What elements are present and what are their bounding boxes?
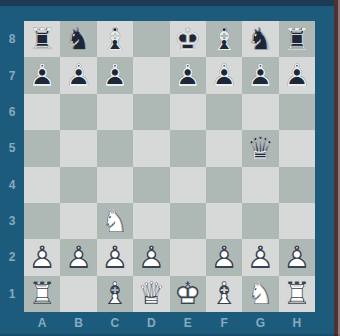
piece-fill-glyph: ♚	[170, 21, 206, 57]
square-h5[interactable]	[279, 130, 315, 166]
black-pawn[interactable]: ♟♙	[24, 57, 60, 93]
piece-fill-glyph: ♟	[242, 239, 278, 275]
square-f3[interactable]	[206, 203, 242, 239]
square-a5[interactable]	[24, 130, 60, 166]
rank-labels: 8 7 6 5 4 3 2 1	[0, 21, 24, 312]
square-h8[interactable]: ♜♖	[279, 21, 315, 57]
piece-outline-glyph: ♗	[206, 21, 242, 57]
square-c4[interactable]	[97, 167, 133, 203]
rank-label-3: 3	[0, 203, 24, 239]
square-a2[interactable]: ♟♙	[24, 239, 60, 275]
file-labels: A B C D E F G H	[24, 312, 315, 334]
piece-fill-glyph: ♝	[97, 21, 133, 57]
piece-outline-glyph: ♙	[24, 57, 60, 93]
file-label-e: E	[170, 312, 206, 334]
piece-fill-glyph: ♟	[279, 239, 315, 275]
square-a4[interactable]	[24, 167, 60, 203]
piece-outline-glyph: ♙	[279, 239, 315, 275]
white-bishop[interactable]: ♝♗	[206, 276, 242, 312]
square-d1[interactable]: ♛♕	[133, 276, 169, 312]
square-f6[interactable]	[206, 94, 242, 130]
piece-fill-glyph: ♟	[60, 239, 96, 275]
white-pawn[interactable]: ♟♙	[60, 239, 96, 275]
white-rook[interactable]: ♜♖	[279, 276, 315, 312]
square-b7[interactable]: ♟♙	[60, 57, 96, 93]
square-a3[interactable]	[24, 203, 60, 239]
file-label-h: H	[279, 312, 315, 334]
piece-outline-glyph: ♙	[133, 239, 169, 275]
square-e6[interactable]	[170, 94, 206, 130]
piece-fill-glyph: ♟	[24, 57, 60, 93]
piece-fill-glyph: ♟	[97, 57, 133, 93]
black-queen[interactable]: ♛♕	[242, 130, 278, 166]
square-g6[interactable]	[242, 94, 278, 130]
white-pawn[interactable]: ♟♙	[97, 239, 133, 275]
piece-fill-glyph: ♜	[24, 21, 60, 57]
chess-app-window: 8 7 6 5 4 3 2 1 ♜♖♞♘♝♗♚♔♝♗♞♘♜♖♟♙♟♙♟♙♟♙♟♙…	[0, 0, 340, 336]
piece-outline-glyph: ♙	[60, 239, 96, 275]
black-king[interactable]: ♚♔	[170, 21, 206, 57]
black-pawn[interactable]: ♟♙	[60, 57, 96, 93]
piece-fill-glyph: ♟	[242, 57, 278, 93]
black-pawn[interactable]: ♟♙	[242, 57, 278, 93]
piece-outline-glyph: ♙	[279, 57, 315, 93]
square-c1[interactable]: ♝♗	[97, 276, 133, 312]
file-label-a: A	[24, 312, 60, 334]
piece-outline-glyph: ♔	[170, 21, 206, 57]
black-rook[interactable]: ♜♖	[279, 21, 315, 57]
square-c5[interactable]	[97, 130, 133, 166]
piece-outline-glyph: ♗	[206, 276, 242, 312]
file-label-f: F	[206, 312, 242, 334]
piece-outline-glyph: ♕	[242, 130, 278, 166]
square-b5[interactable]	[60, 130, 96, 166]
piece-fill-glyph: ♜	[279, 276, 315, 312]
square-a8[interactable]: ♜♖	[24, 21, 60, 57]
square-h4[interactable]	[279, 167, 315, 203]
square-d5[interactable]	[133, 130, 169, 166]
file-label-b: B	[60, 312, 96, 334]
square-a6[interactable]	[24, 94, 60, 130]
square-e2[interactable]	[170, 239, 206, 275]
piece-outline-glyph: ♙	[206, 57, 242, 93]
square-d2[interactable]: ♟♙	[133, 239, 169, 275]
file-label-c: C	[97, 312, 133, 334]
square-g5[interactable]: ♛♕	[242, 130, 278, 166]
square-c6[interactable]	[97, 94, 133, 130]
square-g3[interactable]	[242, 203, 278, 239]
square-h2[interactable]: ♟♙	[279, 239, 315, 275]
white-pawn[interactable]: ♟♙	[24, 239, 60, 275]
black-pawn[interactable]: ♟♙	[206, 57, 242, 93]
square-g2[interactable]: ♟♙	[242, 239, 278, 275]
white-queen[interactable]: ♛♕	[133, 276, 169, 312]
square-b6[interactable]	[60, 94, 96, 130]
square-g7[interactable]: ♟♙	[242, 57, 278, 93]
square-b2[interactable]: ♟♙	[60, 239, 96, 275]
square-b8[interactable]: ♞♘	[60, 21, 96, 57]
rank-label-2: 2	[0, 239, 24, 275]
piece-outline-glyph: ♗	[97, 21, 133, 57]
square-g1[interactable]: ♞♘	[242, 276, 278, 312]
white-rook[interactable]: ♜♖	[24, 276, 60, 312]
square-c8[interactable]: ♝♗	[97, 21, 133, 57]
piece-outline-glyph: ♔	[170, 276, 206, 312]
piece-outline-glyph: ♘	[97, 203, 133, 239]
piece-fill-glyph: ♟	[24, 239, 60, 275]
square-d4[interactable]	[133, 167, 169, 203]
black-rook[interactable]: ♜♖	[24, 21, 60, 57]
piece-outline-glyph: ♙	[60, 57, 96, 93]
piece-fill-glyph: ♟	[170, 57, 206, 93]
piece-outline-glyph: ♘	[60, 21, 96, 57]
piece-outline-glyph: ♘	[242, 276, 278, 312]
piece-fill-glyph: ♞	[97, 203, 133, 239]
square-e5[interactable]	[170, 130, 206, 166]
black-pawn[interactable]: ♟♙	[279, 57, 315, 93]
piece-fill-glyph: ♞	[242, 21, 278, 57]
piece-fill-glyph: ♟	[97, 239, 133, 275]
piece-outline-glyph: ♖	[24, 21, 60, 57]
square-f5[interactable]	[206, 130, 242, 166]
white-bishop[interactable]: ♝♗	[97, 276, 133, 312]
rank-label-5: 5	[0, 130, 24, 166]
white-pawn[interactable]: ♟♙	[242, 239, 278, 275]
rank-label-6: 6	[0, 94, 24, 130]
black-knight[interactable]: ♞♘	[242, 21, 278, 57]
white-king[interactable]: ♚♔	[170, 276, 206, 312]
square-e8[interactable]: ♚♔	[170, 21, 206, 57]
white-pawn[interactable]: ♟♙	[133, 239, 169, 275]
square-f7[interactable]: ♟♙	[206, 57, 242, 93]
piece-fill-glyph: ♟	[279, 57, 315, 93]
rank-label-1: 1	[0, 276, 24, 312]
piece-outline-glyph: ♙	[206, 239, 242, 275]
white-pawn[interactable]: ♟♙	[279, 239, 315, 275]
square-d7[interactable]	[133, 57, 169, 93]
square-e3[interactable]	[170, 203, 206, 239]
rank-label-4: 4	[0, 167, 24, 203]
black-bishop[interactable]: ♝♗	[206, 21, 242, 57]
piece-fill-glyph: ♚	[170, 276, 206, 312]
piece-outline-glyph: ♙	[97, 57, 133, 93]
square-b4[interactable]	[60, 167, 96, 203]
square-a1[interactable]: ♜♖	[24, 276, 60, 312]
square-d8[interactable]	[133, 21, 169, 57]
square-c2[interactable]: ♟♙	[97, 239, 133, 275]
square-f2[interactable]: ♟♙	[206, 239, 242, 275]
piece-outline-glyph: ♙	[24, 239, 60, 275]
square-h3[interactable]	[279, 203, 315, 239]
square-g8[interactable]: ♞♘	[242, 21, 278, 57]
white-knight[interactable]: ♞♘	[97, 203, 133, 239]
square-c7[interactable]: ♟♙	[97, 57, 133, 93]
piece-outline-glyph: ♖	[279, 21, 315, 57]
piece-fill-glyph: ♛	[242, 130, 278, 166]
white-pawn[interactable]: ♟♙	[206, 239, 242, 275]
piece-outline-glyph: ♙	[242, 57, 278, 93]
file-label-g: G	[242, 312, 278, 334]
piece-outline-glyph: ♙	[97, 239, 133, 275]
square-b3[interactable]	[60, 203, 96, 239]
piece-fill-glyph: ♞	[60, 21, 96, 57]
piece-fill-glyph: ♟	[60, 57, 96, 93]
piece-outline-glyph: ♖	[24, 276, 60, 312]
piece-fill-glyph: ♟	[206, 57, 242, 93]
square-e1[interactable]: ♚♔	[170, 276, 206, 312]
piece-outline-glyph: ♕	[133, 276, 169, 312]
top-edge-strip	[0, 0, 340, 6]
piece-fill-glyph: ♝	[206, 21, 242, 57]
square-f1[interactable]: ♝♗	[206, 276, 242, 312]
piece-fill-glyph: ♞	[242, 276, 278, 312]
piece-fill-glyph: ♜	[24, 276, 60, 312]
rank-label-8: 8	[0, 21, 24, 57]
piece-fill-glyph: ♝	[97, 276, 133, 312]
piece-fill-glyph: ♟	[206, 239, 242, 275]
square-f8[interactable]: ♝♗	[206, 21, 242, 57]
black-knight[interactable]: ♞♘	[60, 21, 96, 57]
piece-outline-glyph: ♖	[279, 276, 315, 312]
black-bishop[interactable]: ♝♗	[97, 21, 133, 57]
square-d6[interactable]	[133, 94, 169, 130]
black-pawn[interactable]: ♟♙	[97, 57, 133, 93]
square-g4[interactable]	[242, 167, 278, 203]
square-h1[interactable]: ♜♖	[279, 276, 315, 312]
square-c3[interactable]: ♞♘	[97, 203, 133, 239]
file-label-d: D	[133, 312, 169, 334]
square-f4[interactable]	[206, 167, 242, 203]
piece-outline-glyph: ♙	[170, 57, 206, 93]
piece-outline-glyph: ♘	[242, 21, 278, 57]
square-h7[interactable]: ♟♙	[279, 57, 315, 93]
rank-label-7: 7	[0, 57, 24, 93]
square-h6[interactable]	[279, 94, 315, 130]
piece-fill-glyph: ♜	[279, 21, 315, 57]
piece-outline-glyph: ♙	[242, 239, 278, 275]
white-knight[interactable]: ♞♘	[242, 276, 278, 312]
square-b1[interactable]	[60, 276, 96, 312]
piece-outline-glyph: ♗	[97, 276, 133, 312]
chess-board: ♜♖♞♘♝♗♚♔♝♗♞♘♜♖♟♙♟♙♟♙♟♙♟♙♟♙♟♙♛♕♞♘♟♙♟♙♟♙♟♙…	[24, 21, 315, 312]
square-e4[interactable]	[170, 167, 206, 203]
black-pawn[interactable]: ♟♙	[170, 57, 206, 93]
square-e7[interactable]: ♟♙	[170, 57, 206, 93]
square-d3[interactable]	[133, 203, 169, 239]
piece-fill-glyph: ♟	[133, 239, 169, 275]
piece-fill-glyph: ♝	[206, 276, 242, 312]
piece-fill-glyph: ♛	[133, 276, 169, 312]
square-a7[interactable]: ♟♙	[24, 57, 60, 93]
